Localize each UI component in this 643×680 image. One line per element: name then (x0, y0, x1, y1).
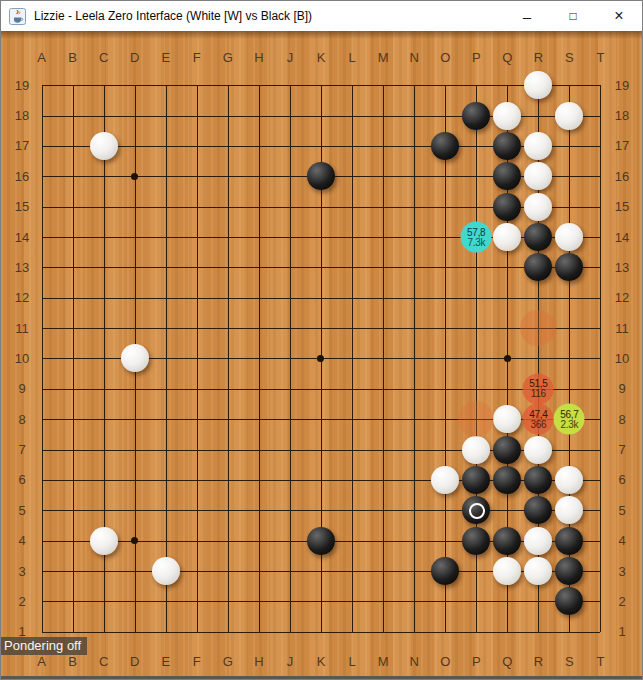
intersection-S6[interactable] (554, 465, 585, 495)
intersection-M8[interactable] (368, 404, 399, 434)
intersection-A11[interactable] (26, 313, 57, 343)
intersection-K3[interactable] (305, 556, 336, 586)
intersection-O15[interactable] (430, 191, 461, 221)
intersection-O16[interactable] (430, 161, 461, 191)
intersection-B6[interactable] (57, 465, 88, 495)
intersection-S15[interactable] (554, 191, 585, 221)
intersection-C16[interactable] (88, 161, 119, 191)
intersection-M13[interactable] (368, 252, 399, 282)
intersection-K6[interactable] (305, 465, 336, 495)
intersection-O6[interactable] (430, 465, 461, 495)
intersection-K17[interactable] (305, 131, 336, 161)
intersection-T7[interactable] (585, 434, 616, 464)
intersection-O9[interactable] (430, 374, 461, 404)
close-button[interactable]: × (596, 1, 642, 31)
intersection-G6[interactable] (212, 465, 243, 495)
intersection-M15[interactable] (368, 191, 399, 221)
intersection-T11[interactable] (585, 313, 616, 343)
intersection-L11[interactable] (337, 313, 368, 343)
intersection-S16[interactable] (554, 161, 585, 191)
intersection-Q2[interactable] (492, 586, 523, 616)
intersection-P14[interactable]: 57,87.3k (461, 222, 492, 252)
intersection-K19[interactable] (305, 70, 336, 100)
intersection-H15[interactable] (243, 191, 274, 221)
intersection-D4[interactable] (119, 526, 150, 556)
intersection-J19[interactable] (274, 70, 305, 100)
intersection-O4[interactable] (430, 526, 461, 556)
intersection-P10[interactable] (461, 343, 492, 373)
intersection-N2[interactable] (399, 586, 430, 616)
intersection-T12[interactable] (585, 283, 616, 313)
intersection-M3[interactable] (368, 556, 399, 586)
intersection-F10[interactable] (181, 343, 212, 373)
intersection-A8[interactable] (26, 404, 57, 434)
intersection-H14[interactable] (243, 222, 274, 252)
intersection-G13[interactable] (212, 252, 243, 282)
intersection-A4[interactable] (26, 526, 57, 556)
intersection-B9[interactable] (57, 374, 88, 404)
intersection-M9[interactable] (368, 374, 399, 404)
intersection-K15[interactable] (305, 191, 336, 221)
intersection-Q12[interactable] (492, 283, 523, 313)
intersection-A10[interactable] (26, 343, 57, 373)
intersection-E8[interactable] (150, 404, 181, 434)
intersection-S9[interactable] (554, 374, 585, 404)
intersection-P17[interactable] (461, 131, 492, 161)
intersection-L9[interactable] (337, 374, 368, 404)
intersection-Q10[interactable] (492, 343, 523, 373)
intersection-S7[interactable] (554, 434, 585, 464)
intersection-C11[interactable] (88, 313, 119, 343)
intersection-L12[interactable] (337, 283, 368, 313)
intersection-M2[interactable] (368, 586, 399, 616)
intersection-O7[interactable] (430, 434, 461, 464)
intersection-M6[interactable] (368, 465, 399, 495)
intersection-L10[interactable] (337, 343, 368, 373)
intersection-J1[interactable] (274, 617, 305, 647)
intersection-T8[interactable] (585, 404, 616, 434)
intersection-C2[interactable] (88, 586, 119, 616)
intersection-L19[interactable] (337, 70, 368, 100)
intersection-M4[interactable] (368, 526, 399, 556)
intersection-H17[interactable] (243, 131, 274, 161)
intersection-D18[interactable] (119, 100, 150, 130)
intersection-L13[interactable] (337, 252, 368, 282)
intersection-L17[interactable] (337, 131, 368, 161)
intersection-D11[interactable] (119, 313, 150, 343)
intersection-N5[interactable] (399, 495, 430, 525)
intersection-N17[interactable] (399, 131, 430, 161)
intersection-L4[interactable] (337, 526, 368, 556)
intersection-L2[interactable] (337, 586, 368, 616)
intersection-H16[interactable] (243, 161, 274, 191)
intersection-E15[interactable] (150, 191, 181, 221)
intersection-S12[interactable] (554, 283, 585, 313)
intersection-R9[interactable]: 51,5116 (523, 374, 554, 404)
intersection-C3[interactable] (88, 556, 119, 586)
intersection-D2[interactable] (119, 586, 150, 616)
intersection-C6[interactable] (88, 465, 119, 495)
intersection-S8[interactable]: 56,72.3k (554, 404, 585, 434)
intersection-P8[interactable] (461, 404, 492, 434)
intersection-M19[interactable] (368, 70, 399, 100)
intersection-G5[interactable] (212, 495, 243, 525)
intersection-Q7[interactable] (492, 434, 523, 464)
intersection-H2[interactable] (243, 586, 274, 616)
suggestion-P8[interactable] (458, 401, 494, 437)
intersection-D14[interactable] (119, 222, 150, 252)
intersection-R3[interactable] (523, 556, 554, 586)
intersection-S13[interactable] (554, 252, 585, 282)
intersection-P15[interactable] (461, 191, 492, 221)
intersection-D5[interactable] (119, 495, 150, 525)
intersection-A12[interactable] (26, 283, 57, 313)
intersection-R19[interactable] (523, 70, 554, 100)
intersection-R8[interactable]: 47,4366 (523, 404, 554, 434)
intersection-D3[interactable] (119, 556, 150, 586)
intersection-E5[interactable] (150, 495, 181, 525)
intersection-M17[interactable] (368, 131, 399, 161)
intersection-T4[interactable] (585, 526, 616, 556)
intersection-J14[interactable] (274, 222, 305, 252)
intersection-N4[interactable] (399, 526, 430, 556)
intersection-T10[interactable] (585, 343, 616, 373)
intersection-G8[interactable] (212, 404, 243, 434)
intersection-H13[interactable] (243, 252, 274, 282)
intersection-N19[interactable] (399, 70, 430, 100)
intersection-P4[interactable] (461, 526, 492, 556)
intersection-H8[interactable] (243, 404, 274, 434)
intersection-N3[interactable] (399, 556, 430, 586)
intersection-O8[interactable] (430, 404, 461, 434)
intersection-G9[interactable] (212, 374, 243, 404)
intersection-C9[interactable] (88, 374, 119, 404)
intersection-K1[interactable] (305, 617, 336, 647)
intersection-H9[interactable] (243, 374, 274, 404)
intersection-M11[interactable] (368, 313, 399, 343)
intersection-B19[interactable] (57, 70, 88, 100)
intersection-N10[interactable] (399, 343, 430, 373)
intersection-J4[interactable] (274, 526, 305, 556)
intersection-A15[interactable] (26, 191, 57, 221)
intersection-Q6[interactable] (492, 465, 523, 495)
intersection-F16[interactable] (181, 161, 212, 191)
intersection-E14[interactable] (150, 222, 181, 252)
intersection-F4[interactable] (181, 526, 212, 556)
intersection-O1[interactable] (430, 617, 461, 647)
suggestion-R11[interactable] (520, 310, 556, 346)
intersection-K7[interactable] (305, 434, 336, 464)
intersection-P6[interactable] (461, 465, 492, 495)
intersection-J8[interactable] (274, 404, 305, 434)
intersection-Q8[interactable] (492, 404, 523, 434)
intersection-E12[interactable] (150, 283, 181, 313)
intersection-R2[interactable] (523, 586, 554, 616)
intersection-J16[interactable] (274, 161, 305, 191)
intersection-F11[interactable] (181, 313, 212, 343)
intersection-D16[interactable] (119, 161, 150, 191)
intersection-G14[interactable] (212, 222, 243, 252)
intersection-J15[interactable] (274, 191, 305, 221)
intersection-N15[interactable] (399, 191, 430, 221)
intersection-G19[interactable] (212, 70, 243, 100)
intersection-P16[interactable] (461, 161, 492, 191)
intersection-D8[interactable] (119, 404, 150, 434)
intersection-Q11[interactable] (492, 313, 523, 343)
intersection-F5[interactable] (181, 495, 212, 525)
intersection-A9[interactable] (26, 374, 57, 404)
intersection-K18[interactable] (305, 100, 336, 130)
intersection-F3[interactable] (181, 556, 212, 586)
intersection-K8[interactable] (305, 404, 336, 434)
intersection-O10[interactable] (430, 343, 461, 373)
intersection-T19[interactable] (585, 70, 616, 100)
intersection-B18[interactable] (57, 100, 88, 130)
intersection-S19[interactable] (554, 70, 585, 100)
intersection-Q17[interactable] (492, 131, 523, 161)
intersection-G12[interactable] (212, 283, 243, 313)
intersection-F9[interactable] (181, 374, 212, 404)
intersection-B15[interactable] (57, 191, 88, 221)
intersection-S17[interactable] (554, 131, 585, 161)
intersection-F19[interactable] (181, 70, 212, 100)
suggestion-P14[interactable]: 57,87.3k (461, 222, 492, 253)
intersection-J18[interactable] (274, 100, 305, 130)
intersection-L1[interactable] (337, 617, 368, 647)
intersection-S4[interactable] (554, 526, 585, 556)
intersection-N13[interactable] (399, 252, 430, 282)
intersection-M7[interactable] (368, 434, 399, 464)
suggestion-R8[interactable]: 47,4366 (523, 404, 554, 435)
intersection-A17[interactable] (26, 131, 57, 161)
intersection-S3[interactable] (554, 556, 585, 586)
intersection-C13[interactable] (88, 252, 119, 282)
intersection-S18[interactable] (554, 100, 585, 130)
intersection-Q5[interactable] (492, 495, 523, 525)
intersection-F13[interactable] (181, 252, 212, 282)
intersection-Q18[interactable] (492, 100, 523, 130)
intersection-A3[interactable] (26, 556, 57, 586)
intersection-B11[interactable] (57, 313, 88, 343)
intersection-O2[interactable] (430, 586, 461, 616)
intersection-N16[interactable] (399, 161, 430, 191)
intersection-H19[interactable] (243, 70, 274, 100)
intersection-B17[interactable] (57, 131, 88, 161)
intersection-G4[interactable] (212, 526, 243, 556)
intersection-J13[interactable] (274, 252, 305, 282)
suggestion-S8[interactable]: 56,72.3k (554, 404, 585, 435)
intersection-J11[interactable] (274, 313, 305, 343)
intersection-P11[interactable] (461, 313, 492, 343)
intersection-J6[interactable] (274, 465, 305, 495)
intersection-A7[interactable] (26, 434, 57, 464)
intersection-S1[interactable] (554, 617, 585, 647)
intersection-J17[interactable] (274, 131, 305, 161)
intersection-B8[interactable] (57, 404, 88, 434)
intersection-T3[interactable] (585, 556, 616, 586)
intersection-F8[interactable] (181, 404, 212, 434)
intersection-E13[interactable] (150, 252, 181, 282)
intersection-R15[interactable] (523, 191, 554, 221)
intersection-H5[interactable] (243, 495, 274, 525)
intersection-B12[interactable] (57, 283, 88, 313)
intersection-F6[interactable] (181, 465, 212, 495)
intersection-B2[interactable] (57, 586, 88, 616)
suggestion-R9[interactable]: 51,5116 (523, 373, 554, 404)
intersection-K4[interactable] (305, 526, 336, 556)
intersection-D13[interactable] (119, 252, 150, 282)
intersection-T9[interactable] (585, 374, 616, 404)
intersection-F7[interactable] (181, 434, 212, 464)
intersection-R12[interactable] (523, 283, 554, 313)
intersection-B3[interactable] (57, 556, 88, 586)
intersection-A14[interactable] (26, 222, 57, 252)
intersection-A18[interactable] (26, 100, 57, 130)
intersection-A16[interactable] (26, 161, 57, 191)
intersection-L3[interactable] (337, 556, 368, 586)
intersection-K9[interactable] (305, 374, 336, 404)
intersection-P12[interactable] (461, 283, 492, 313)
intersection-T6[interactable] (585, 465, 616, 495)
intersection-R18[interactable] (523, 100, 554, 130)
intersection-R5[interactable] (523, 495, 554, 525)
intersection-G18[interactable] (212, 100, 243, 130)
intersection-S5[interactable] (554, 495, 585, 525)
intersection-H1[interactable] (243, 617, 274, 647)
intersection-N11[interactable] (399, 313, 430, 343)
intersection-Q15[interactable] (492, 191, 523, 221)
intersection-A19[interactable] (26, 70, 57, 100)
intersection-L5[interactable] (337, 495, 368, 525)
intersection-O14[interactable] (430, 222, 461, 252)
intersection-T15[interactable] (585, 191, 616, 221)
intersection-Q16[interactable] (492, 161, 523, 191)
intersection-H7[interactable] (243, 434, 274, 464)
intersection-O12[interactable] (430, 283, 461, 313)
intersection-P9[interactable] (461, 374, 492, 404)
intersection-Q9[interactable] (492, 374, 523, 404)
intersection-Q1[interactable] (492, 617, 523, 647)
intersection-D7[interactable] (119, 434, 150, 464)
intersection-C8[interactable] (88, 404, 119, 434)
intersection-M14[interactable] (368, 222, 399, 252)
intersection-J12[interactable] (274, 283, 305, 313)
intersection-F15[interactable] (181, 191, 212, 221)
intersection-M5[interactable] (368, 495, 399, 525)
intersection-B10[interactable] (57, 343, 88, 373)
intersection-R1[interactable] (523, 617, 554, 647)
intersection-D1[interactable] (119, 617, 150, 647)
intersection-O13[interactable] (430, 252, 461, 282)
intersection-D15[interactable] (119, 191, 150, 221)
intersection-R10[interactable] (523, 343, 554, 373)
intersection-C12[interactable] (88, 283, 119, 313)
intersection-P18[interactable] (461, 100, 492, 130)
intersection-N7[interactable] (399, 434, 430, 464)
intersection-C4[interactable] (88, 526, 119, 556)
intersection-R7[interactable] (523, 434, 554, 464)
intersection-P1[interactable] (461, 617, 492, 647)
intersection-N8[interactable] (399, 404, 430, 434)
intersection-L6[interactable] (337, 465, 368, 495)
intersection-C17[interactable] (88, 131, 119, 161)
intersection-H18[interactable] (243, 100, 274, 130)
intersection-T13[interactable] (585, 252, 616, 282)
intersection-O19[interactable] (430, 70, 461, 100)
intersection-N14[interactable] (399, 222, 430, 252)
intersection-L15[interactable] (337, 191, 368, 221)
intersection-Q19[interactable] (492, 70, 523, 100)
intersection-J2[interactable] (274, 586, 305, 616)
intersection-B13[interactable] (57, 252, 88, 282)
intersection-G10[interactable] (212, 343, 243, 373)
intersection-D10[interactable] (119, 343, 150, 373)
intersection-L18[interactable] (337, 100, 368, 130)
intersection-K13[interactable] (305, 252, 336, 282)
intersection-A2[interactable] (26, 586, 57, 616)
intersection-A5[interactable] (26, 495, 57, 525)
intersection-R14[interactable] (523, 222, 554, 252)
intersection-S11[interactable] (554, 313, 585, 343)
intersection-J10[interactable] (274, 343, 305, 373)
intersection-D6[interactable] (119, 465, 150, 495)
intersection-F1[interactable] (181, 617, 212, 647)
intersection-C18[interactable] (88, 100, 119, 130)
intersection-E6[interactable] (150, 465, 181, 495)
intersection-L8[interactable] (337, 404, 368, 434)
intersection-G17[interactable] (212, 131, 243, 161)
intersection-H10[interactable] (243, 343, 274, 373)
intersection-G16[interactable] (212, 161, 243, 191)
intersection-J7[interactable] (274, 434, 305, 464)
intersection-M16[interactable] (368, 161, 399, 191)
intersection-E9[interactable] (150, 374, 181, 404)
intersection-P3[interactable] (461, 556, 492, 586)
intersection-E2[interactable] (150, 586, 181, 616)
intersection-K11[interactable] (305, 313, 336, 343)
intersection-K14[interactable] (305, 222, 336, 252)
intersection-M10[interactable] (368, 343, 399, 373)
intersection-N9[interactable] (399, 374, 430, 404)
intersection-E4[interactable] (150, 526, 181, 556)
intersection-D12[interactable] (119, 283, 150, 313)
intersection-P5[interactable] (461, 495, 492, 525)
intersection-T1[interactable] (585, 617, 616, 647)
intersection-C10[interactable] (88, 343, 119, 373)
intersection-N12[interactable] (399, 283, 430, 313)
intersection-R17[interactable] (523, 131, 554, 161)
intersection-K12[interactable] (305, 283, 336, 313)
intersection-Q13[interactable] (492, 252, 523, 282)
intersection-G1[interactable] (212, 617, 243, 647)
intersection-F12[interactable] (181, 283, 212, 313)
intersection-C1[interactable] (88, 617, 119, 647)
intersection-B16[interactable] (57, 161, 88, 191)
minimize-button[interactable]: – (504, 1, 550, 31)
intersection-R16[interactable] (523, 161, 554, 191)
intersection-D19[interactable] (119, 70, 150, 100)
intersection-B7[interactable] (57, 434, 88, 464)
intersection-C15[interactable] (88, 191, 119, 221)
intersection-N1[interactable] (399, 617, 430, 647)
intersection-H4[interactable] (243, 526, 274, 556)
intersection-E19[interactable] (150, 70, 181, 100)
intersection-L14[interactable] (337, 222, 368, 252)
maximize-button[interactable]: □ (550, 1, 596, 31)
intersection-M1[interactable] (368, 617, 399, 647)
intersection-Q14[interactable] (492, 222, 523, 252)
intersection-G11[interactable] (212, 313, 243, 343)
